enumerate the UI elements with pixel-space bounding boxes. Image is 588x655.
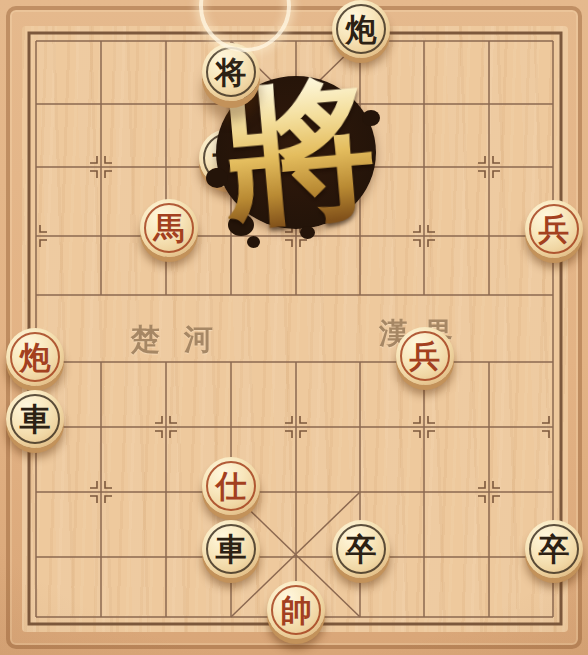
piece-glyph: 仕	[202, 457, 260, 515]
piece-black-炮-f1[interactable]: 炮	[332, 0, 390, 58]
piece-glyph: 炮	[6, 328, 64, 386]
piece-red-兵-i4[interactable]: 兵	[525, 200, 583, 258]
piece-glyph: 兵	[525, 200, 583, 258]
piece-black-卒-f9[interactable]: 卒	[332, 520, 390, 578]
piece-red-帥-e10[interactable]: 帥	[267, 581, 325, 639]
piece-black-車-d9[interactable]: 車	[202, 520, 260, 578]
piece-black-卒-i9[interactable]: 卒	[525, 520, 583, 578]
piece-glyph: 将	[202, 43, 260, 101]
piece-red-炮-a6[interactable]: 炮	[6, 328, 64, 386]
piece-black-将-d2[interactable]: 将	[202, 43, 260, 101]
board-grid	[0, 0, 588, 655]
piece-glyph: 車	[6, 390, 64, 448]
piece-glyph: 卒	[332, 520, 390, 578]
piece-glyph: 卒	[525, 520, 583, 578]
piece-glyph: 兵	[396, 327, 454, 385]
xiangqi-app-screen: 楚河 漢界 炮将士馬兵炮兵車仕車卒卒帥 將	[0, 0, 588, 655]
piece-glyph: 士	[199, 129, 257, 187]
piece-glyph: 炮	[332, 0, 390, 58]
piece-glyph: 帥	[267, 581, 325, 639]
piece-red-馬-c4[interactable]: 馬	[140, 199, 198, 257]
piece-black-車-a7[interactable]: 車	[6, 390, 64, 448]
piece-red-兵-g6[interactable]: 兵	[396, 327, 454, 385]
piece-red-仕-d8[interactable]: 仕	[202, 457, 260, 515]
river-label-chu-he: 楚河	[131, 320, 237, 360]
piece-glyph: 車	[202, 520, 260, 578]
piece-glyph: 馬	[140, 199, 198, 257]
piece-black-士-d3[interactable]: 士	[199, 129, 257, 187]
